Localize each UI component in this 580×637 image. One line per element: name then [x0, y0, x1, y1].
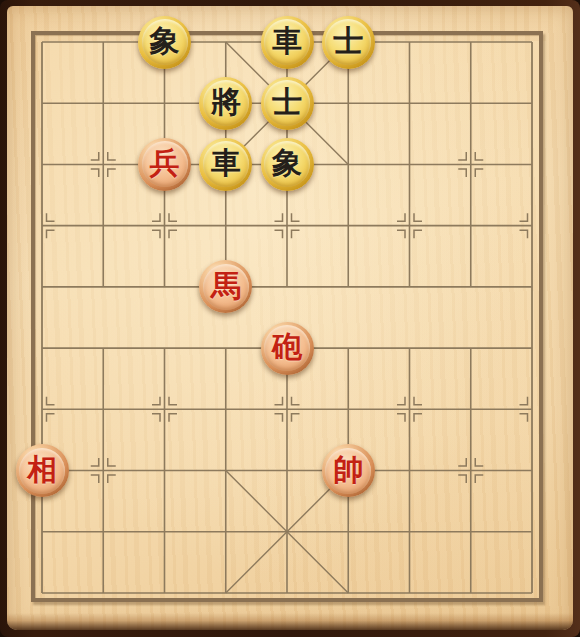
- piece-black-elephant[interactable]: 象: [138, 16, 191, 69]
- piece-face: 士: [325, 19, 371, 65]
- piece-red-horse[interactable]: 馬: [199, 260, 252, 313]
- piece-black-chariot[interactable]: 車: [261, 16, 314, 69]
- piece-red-soldier[interactable]: 兵: [138, 138, 191, 191]
- piece-face: 兵: [142, 141, 188, 187]
- piece-face: 車: [264, 19, 310, 65]
- piece-face: 車: [203, 141, 249, 187]
- piece-red-general[interactable]: 帥: [322, 444, 375, 497]
- piece-glyph: 馬: [211, 271, 241, 301]
- piece-glyph: 兵: [150, 148, 180, 178]
- piece-glyph: 車: [211, 148, 241, 178]
- piece-black-chariot[interactable]: 車: [199, 138, 252, 191]
- piece-red-elephant[interactable]: 相: [16, 444, 69, 497]
- piece-face: 砲: [264, 325, 310, 371]
- piece-black-general[interactable]: 將: [199, 77, 252, 130]
- piece-face: 相: [19, 448, 65, 494]
- piece-face: 將: [203, 80, 249, 126]
- piece-glyph: 象: [150, 26, 180, 56]
- piece-glyph: 車: [272, 26, 302, 56]
- xiangqi-app-window: 象車士將士兵車象馬砲相帥: [0, 0, 580, 637]
- piece-face: 士: [264, 80, 310, 126]
- piece-black-advisor[interactable]: 士: [322, 16, 375, 69]
- piece-face: 馬: [203, 264, 249, 310]
- piece-red-cannon[interactable]: 砲: [261, 322, 314, 375]
- piece-black-advisor[interactable]: 士: [261, 77, 314, 130]
- piece-glyph: 帥: [333, 455, 363, 485]
- piece-glyph: 士: [272, 87, 302, 117]
- piece-face: 象: [264, 141, 310, 187]
- piece-black-elephant[interactable]: 象: [261, 138, 314, 191]
- piece-glyph: 將: [211, 87, 241, 117]
- xiangqi-board[interactable]: 象車士將士兵車象馬砲相帥: [11, 11, 562, 623]
- piece-glyph: 象: [272, 148, 302, 178]
- piece-glyph: 士: [333, 26, 363, 56]
- piece-face: 帥: [325, 448, 371, 494]
- piece-face: 象: [142, 19, 188, 65]
- piece-glyph: 砲: [272, 332, 302, 362]
- piece-glyph: 相: [27, 455, 57, 485]
